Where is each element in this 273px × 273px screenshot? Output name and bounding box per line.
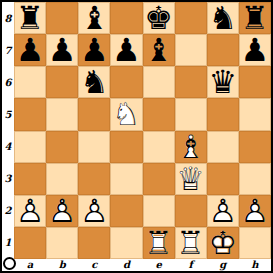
bishop-icon: ♝ xyxy=(78,2,110,34)
rook-icon: ♜ xyxy=(239,2,271,34)
square-a8[interactable]: ♜ xyxy=(14,2,46,34)
rank-label-4: 4 xyxy=(2,131,14,163)
pawn-outline-icon: ♙ xyxy=(14,195,46,227)
pawn-outline-icon: ♙ xyxy=(207,195,239,227)
rank-label-8: 8 xyxy=(2,2,14,34)
pawn-icon: ♟ xyxy=(46,195,78,227)
square-e5[interactable] xyxy=(143,98,175,130)
black-rook-a8[interactable]: ♜ xyxy=(14,2,46,34)
rank-label-2: 2 xyxy=(2,195,14,227)
rook-outline-icon: ♖ xyxy=(143,227,175,259)
square-f4[interactable]: ♝♗ xyxy=(175,131,207,163)
queen-icon: ♛ xyxy=(175,163,207,195)
square-c1[interactable] xyxy=(78,227,110,259)
black-knight-c6[interactable]: ♞ xyxy=(78,66,110,98)
rank-labels: 87654321 xyxy=(2,2,14,259)
square-b7[interactable]: ♟ xyxy=(46,34,78,66)
white-pawn-b2[interactable]: ♟♙ xyxy=(46,195,78,227)
rook-icon: ♜ xyxy=(175,227,207,259)
knight-icon: ♞ xyxy=(207,2,239,34)
bishop-outline-icon: ♗ xyxy=(175,131,207,163)
file-labels: abcdefgh xyxy=(14,259,271,271)
bishop-icon: ♝ xyxy=(143,34,175,66)
square-f8[interactable] xyxy=(175,2,207,34)
square-h6[interactable] xyxy=(239,66,271,98)
black-pawn-c7[interactable]: ♟ xyxy=(78,34,110,66)
pawn-icon: ♟ xyxy=(110,34,142,66)
rank-label-7: 7 xyxy=(2,34,14,66)
rank-label-6: 6 xyxy=(2,66,14,98)
square-b8[interactable] xyxy=(46,2,78,34)
square-c2[interactable]: ♟♙ xyxy=(78,195,110,227)
square-f5[interactable] xyxy=(175,98,207,130)
square-d5[interactable]: ♞♘ xyxy=(110,98,142,130)
square-b1[interactable] xyxy=(46,227,78,259)
pawn-icon: ♟ xyxy=(46,34,78,66)
square-g7[interactable] xyxy=(207,34,239,66)
black-pawn-a7[interactable]: ♟ xyxy=(14,34,46,66)
square-e1[interactable]: ♜♖ xyxy=(143,227,175,259)
square-b5[interactable] xyxy=(46,98,78,130)
square-e7[interactable]: ♝ xyxy=(143,34,175,66)
square-g6[interactable]: ♛ xyxy=(207,66,239,98)
square-a2[interactable]: ♟♙ xyxy=(14,195,46,227)
chess-diagram: 87654321 ♜♝♚♞♜♟♟♟♟♝♟♞♛♞♘♝♗♛♕♟♙♟♙♟♙♟♙♟♙♜♖… xyxy=(0,0,273,273)
pawn-outline-icon: ♙ xyxy=(78,195,110,227)
square-h8[interactable]: ♜ xyxy=(239,2,271,34)
black-pawn-d7[interactable]: ♟ xyxy=(110,34,142,66)
black-knight-g8[interactable]: ♞ xyxy=(207,2,239,34)
square-c3[interactable] xyxy=(78,163,110,195)
file-label-f: f xyxy=(175,259,207,271)
square-d8[interactable] xyxy=(110,2,142,34)
king-icon: ♚ xyxy=(207,227,239,259)
rank-label-3: 3 xyxy=(2,163,14,195)
square-d6[interactable] xyxy=(110,66,142,98)
square-g4[interactable] xyxy=(207,131,239,163)
file-label-a: a xyxy=(14,259,46,271)
white-pawn-h2[interactable]: ♟♙ xyxy=(239,195,271,227)
square-e3[interactable] xyxy=(143,163,175,195)
pawn-icon: ♟ xyxy=(239,195,271,227)
knight-icon: ♞ xyxy=(110,98,142,130)
pawn-icon: ♟ xyxy=(14,195,46,227)
square-e4[interactable] xyxy=(143,131,175,163)
pawn-icon: ♟ xyxy=(78,195,110,227)
knight-icon: ♞ xyxy=(78,66,110,98)
square-h7[interactable]: ♟ xyxy=(239,34,271,66)
square-b3[interactable] xyxy=(46,163,78,195)
rank-label-5: 5 xyxy=(2,98,14,130)
white-pawn-a2[interactable]: ♟♙ xyxy=(14,195,46,227)
square-h4[interactable] xyxy=(239,131,271,163)
rook-icon: ♜ xyxy=(14,2,46,34)
square-b2[interactable]: ♟♙ xyxy=(46,195,78,227)
king-outline-icon: ♔ xyxy=(207,227,239,259)
black-bishop-c8[interactable]: ♝ xyxy=(78,2,110,34)
black-rook-h8[interactable]: ♜ xyxy=(239,2,271,34)
white-to-move-indicator xyxy=(3,257,16,270)
white-rook-e1[interactable]: ♜♖ xyxy=(143,227,175,259)
white-bishop-f4[interactable]: ♝♗ xyxy=(175,131,207,163)
square-g5[interactable] xyxy=(207,98,239,130)
square-f1[interactable]: ♜♖ xyxy=(175,227,207,259)
file-label-e: e xyxy=(143,259,175,271)
square-c4[interactable] xyxy=(78,131,110,163)
file-label-c: c xyxy=(78,259,110,271)
file-label-h: h xyxy=(239,259,271,271)
square-a7[interactable]: ♟ xyxy=(14,34,46,66)
black-pawn-b7[interactable]: ♟ xyxy=(46,34,78,66)
pawn-outline-icon: ♙ xyxy=(46,195,78,227)
square-g8[interactable]: ♞ xyxy=(207,2,239,34)
square-b6[interactable] xyxy=(46,66,78,98)
white-king-g1[interactable]: ♚♔ xyxy=(207,227,239,259)
knight-outline-icon: ♘ xyxy=(110,98,142,130)
square-d4[interactable] xyxy=(110,131,142,163)
rook-outline-icon: ♖ xyxy=(175,227,207,259)
white-pawn-c2[interactable]: ♟♙ xyxy=(78,195,110,227)
black-pawn-h7[interactable]: ♟ xyxy=(239,34,271,66)
square-h2[interactable]: ♟♙ xyxy=(239,195,271,227)
white-queen-f3[interactable]: ♛♕ xyxy=(175,163,207,195)
white-pawn-g2[interactable]: ♟♙ xyxy=(207,195,239,227)
square-h5[interactable] xyxy=(239,98,271,130)
pawn-icon: ♟ xyxy=(239,34,271,66)
square-f2[interactable] xyxy=(175,195,207,227)
square-c6[interactable]: ♞ xyxy=(78,66,110,98)
square-d1[interactable] xyxy=(110,227,142,259)
black-queen-g6[interactable]: ♛ xyxy=(207,66,239,98)
square-d2[interactable] xyxy=(110,195,142,227)
white-rook-f1[interactable]: ♜♖ xyxy=(175,227,207,259)
chess-board: ♜♝♚♞♜♟♟♟♟♝♟♞♛♞♘♝♗♛♕♟♙♟♙♟♙♟♙♟♙♜♖♜♖♚♔ xyxy=(14,2,271,259)
rank-label-1: 1 xyxy=(2,227,14,259)
pawn-outline-icon: ♙ xyxy=(239,195,271,227)
white-knight-d5[interactable]: ♞♘ xyxy=(110,98,142,130)
bishop-icon: ♝ xyxy=(175,131,207,163)
square-b4[interactable] xyxy=(46,131,78,163)
square-g3[interactable] xyxy=(207,163,239,195)
square-a4[interactable] xyxy=(14,131,46,163)
rook-icon: ♜ xyxy=(143,227,175,259)
square-d3[interactable] xyxy=(110,163,142,195)
queen-icon: ♛ xyxy=(207,66,239,98)
black-king-e8[interactable]: ♚ xyxy=(143,2,175,34)
square-g1[interactable]: ♚♔ xyxy=(207,227,239,259)
pawn-icon: ♟ xyxy=(78,34,110,66)
file-label-b: b xyxy=(46,259,78,271)
square-a3[interactable] xyxy=(14,163,46,195)
file-label-g: g xyxy=(207,259,239,271)
square-f3[interactable]: ♛♕ xyxy=(175,163,207,195)
king-icon: ♚ xyxy=(143,2,175,34)
pawn-icon: ♟ xyxy=(14,34,46,66)
square-c8[interactable]: ♝ xyxy=(78,2,110,34)
square-e2[interactable] xyxy=(143,195,175,227)
square-e6[interactable] xyxy=(143,66,175,98)
square-d7[interactable]: ♟ xyxy=(110,34,142,66)
square-f7[interactable] xyxy=(175,34,207,66)
square-h3[interactable] xyxy=(239,163,271,195)
square-g2[interactable]: ♟♙ xyxy=(207,195,239,227)
square-a5[interactable] xyxy=(14,98,46,130)
square-f6[interactable] xyxy=(175,66,207,98)
square-a6[interactable] xyxy=(14,66,46,98)
square-e8[interactable]: ♚ xyxy=(143,2,175,34)
file-label-d: d xyxy=(110,259,142,271)
square-c5[interactable] xyxy=(78,98,110,130)
queen-outline-icon: ♕ xyxy=(175,163,207,195)
black-bishop-e7[interactable]: ♝ xyxy=(143,34,175,66)
square-a1[interactable] xyxy=(14,227,46,259)
pawn-icon: ♟ xyxy=(207,195,239,227)
square-h1[interactable] xyxy=(239,227,271,259)
square-c7[interactable]: ♟ xyxy=(78,34,110,66)
